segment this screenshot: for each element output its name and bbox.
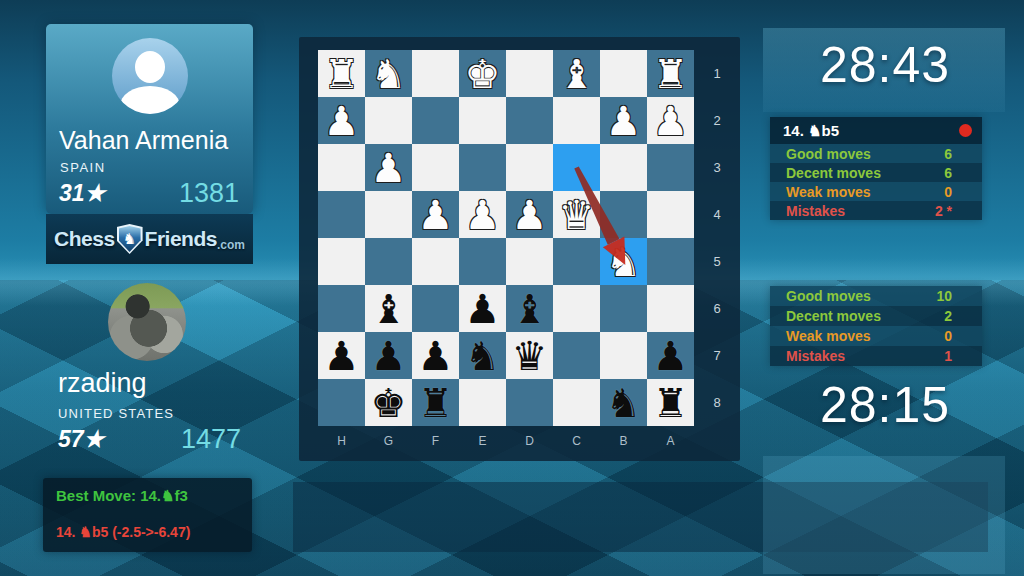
- square-a2[interactable]: ♟: [647, 97, 694, 144]
- square-e4[interactable]: ♟: [459, 191, 506, 238]
- white-rook-h1[interactable]: ♜: [324, 54, 360, 94]
- square-b5[interactable]: ♞: [600, 238, 647, 285]
- white-queen-c4[interactable]: ♛: [559, 195, 595, 235]
- square-b1[interactable]: [600, 50, 647, 97]
- white-rook-a1[interactable]: ♜: [653, 54, 689, 94]
- stat-value: 0: [944, 184, 952, 200]
- square-g1[interactable]: ♞: [365, 50, 412, 97]
- best-move-text: Best Move: 14.♞f3: [56, 487, 188, 505]
- analysis-panel-top: 14. ♞b5 Good moves 6 Decent moves 6 Weak…: [770, 117, 982, 220]
- square-e8[interactable]: [459, 379, 506, 426]
- white-pawn-e4[interactable]: ♟: [465, 195, 501, 235]
- black-pawn-a7[interactable]: ♟: [653, 336, 689, 376]
- black-king-g8[interactable]: ♚: [371, 383, 407, 423]
- black-rook-f8[interactable]: ♜: [418, 383, 454, 423]
- square-c5[interactable]: [553, 238, 600, 285]
- square-a6[interactable]: [647, 285, 694, 332]
- square-a7[interactable]: ♟: [647, 332, 694, 379]
- stat-value: 0: [944, 328, 952, 344]
- white-pawn-h2[interactable]: ♟: [324, 101, 360, 141]
- stat-row-decent-moves: Decent moves 6: [770, 163, 982, 182]
- white-pawn-f4[interactable]: ♟: [418, 195, 454, 235]
- app-window: Vahan Armenia SPAIN 31★ 1381 Chess ♞ Fri…: [0, 0, 1024, 576]
- file-label-g: G: [365, 434, 412, 448]
- recording-dot-icon: [959, 124, 972, 137]
- square-f1[interactable]: [412, 50, 459, 97]
- chess-board-frame: ♜♞♚♝♜♟♟♟♟♟♟♟♛♞♝♟♝♟♟♟♞♛♟♚♜♞♜ H G F E D C …: [299, 37, 740, 461]
- square-h6[interactable]: [318, 285, 365, 332]
- square-c6[interactable]: [553, 285, 600, 332]
- stat-value: 2: [944, 308, 952, 324]
- square-h7[interactable]: ♟: [318, 332, 365, 379]
- square-e3[interactable]: [459, 144, 506, 191]
- white-king-e1[interactable]: ♚: [465, 54, 501, 94]
- rank-label-3: 3: [700, 144, 734, 191]
- rank-labels: 1 2 3 4 5 6 7 8: [700, 50, 734, 426]
- player-bottom-name: rzading: [58, 368, 147, 399]
- stat-value: 1: [944, 348, 952, 364]
- rank-label-1: 1: [700, 50, 734, 97]
- file-label-f: F: [412, 434, 459, 448]
- rank-label-7: 7: [700, 332, 734, 379]
- square-b3[interactable]: [600, 144, 647, 191]
- stat-row-good-moves: Good moves 10: [770, 286, 982, 306]
- logo-knight-icon: ♞: [123, 232, 136, 247]
- square-c1[interactable]: ♝: [553, 50, 600, 97]
- square-h4[interactable]: [318, 191, 365, 238]
- stat-value: 6: [944, 165, 952, 181]
- stat-value: 6: [944, 146, 952, 162]
- player-top-stars: 31★: [59, 180, 105, 207]
- square-c3[interactable]: [553, 144, 600, 191]
- site-logo[interactable]: Chess ♞ Friends .com: [46, 214, 253, 264]
- square-d2[interactable]: [506, 97, 553, 144]
- square-f2[interactable]: [412, 97, 459, 144]
- board-squares: ♜♞♚♝♜♟♟♟♟♟♟♟♛♞♝♟♝♟♟♟♞♛♟♚♜♞♜: [318, 50, 694, 426]
- square-b4[interactable]: [600, 191, 647, 238]
- stat-label: Decent moves: [786, 165, 881, 181]
- stat-value: 10: [936, 288, 952, 304]
- rank-label-2: 2: [700, 97, 734, 144]
- square-f5[interactable]: [412, 238, 459, 285]
- black-pawn-g7[interactable]: ♟: [371, 336, 407, 376]
- clock-bottom-panel-glow: [763, 456, 1005, 574]
- player-bottom-stars: 57★: [58, 426, 104, 453]
- square-g4[interactable]: [365, 191, 412, 238]
- file-label-e: E: [459, 434, 506, 448]
- square-d6[interactable]: ♝: [506, 285, 553, 332]
- square-a3[interactable]: [647, 144, 694, 191]
- stat-label: Good moves: [786, 146, 871, 162]
- logo-text-friends: Friends: [145, 227, 217, 251]
- square-f3[interactable]: [412, 144, 459, 191]
- rank-label-4: 4: [700, 191, 734, 238]
- square-g8[interactable]: ♚: [365, 379, 412, 426]
- square-g3[interactable]: ♟: [365, 144, 412, 191]
- stat-row-good-moves: Good moves 6: [770, 144, 982, 163]
- white-knight-b5[interactable]: ♞: [606, 242, 642, 282]
- square-e2[interactable]: [459, 97, 506, 144]
- player-bottom-rating: 1477: [181, 424, 241, 455]
- stat-label: Mistakes: [786, 203, 845, 219]
- rank-label-6: 6: [700, 285, 734, 332]
- file-label-h: H: [318, 434, 365, 448]
- player-bottom-country: UNITED STATES: [58, 406, 174, 421]
- stat-value: 2 *: [935, 203, 952, 219]
- stat-label: Weak moves: [786, 328, 871, 344]
- avatar-bottom-photo[interactable]: [108, 283, 186, 361]
- square-b2[interactable]: ♟: [600, 97, 647, 144]
- square-c7[interactable]: [553, 332, 600, 379]
- black-pawn-h7[interactable]: ♟: [324, 336, 360, 376]
- file-label-c: C: [553, 434, 600, 448]
- stat-row-decent-moves: Decent moves 2: [770, 306, 982, 326]
- square-h2[interactable]: ♟: [318, 97, 365, 144]
- square-g6[interactable]: ♝: [365, 285, 412, 332]
- stat-row-mistakes: Mistakes 2 *: [770, 201, 982, 220]
- square-a5[interactable]: [647, 238, 694, 285]
- black-knight-b8[interactable]: ♞: [606, 383, 642, 423]
- analysis-panel-bottom: Good moves 10 Decent moves 2 Weak moves …: [770, 286, 982, 366]
- square-f8[interactable]: ♜: [412, 379, 459, 426]
- stat-label: Mistakes: [786, 348, 845, 364]
- square-e1[interactable]: ♚: [459, 50, 506, 97]
- square-f6[interactable]: [412, 285, 459, 332]
- square-a4[interactable]: [647, 191, 694, 238]
- square-c2[interactable]: [553, 97, 600, 144]
- white-pawn-d4[interactable]: ♟: [512, 195, 548, 235]
- logo-shield-icon: ♞: [117, 224, 143, 254]
- clock-top: 28:43: [765, 36, 1005, 94]
- square-e7[interactable]: ♞: [459, 332, 506, 379]
- square-d3[interactable]: [506, 144, 553, 191]
- square-e5[interactable]: [459, 238, 506, 285]
- white-knight-g1[interactable]: ♞: [371, 54, 407, 94]
- square-e6[interactable]: ♟: [459, 285, 506, 332]
- white-pawn-b2[interactable]: ♟: [606, 101, 642, 141]
- white-pawn-g3[interactable]: ♟: [371, 148, 407, 188]
- rank-label-5: 5: [700, 238, 734, 285]
- stat-label: Decent moves: [786, 308, 881, 324]
- white-bishop-c1[interactable]: ♝: [559, 54, 595, 94]
- player-top-name: Vahan Armenia: [59, 126, 243, 155]
- logo-text-chess: Chess: [54, 227, 115, 251]
- square-h3[interactable]: [318, 144, 365, 191]
- avatar-top-placeholder[interactable]: [112, 38, 188, 114]
- logo-text-dotcom: .com: [217, 238, 245, 252]
- square-f4[interactable]: ♟: [412, 191, 459, 238]
- square-b8[interactable]: ♞: [600, 379, 647, 426]
- square-b7[interactable]: [600, 332, 647, 379]
- file-labels: H G F E D C B A: [318, 434, 694, 448]
- square-d1[interactable]: [506, 50, 553, 97]
- square-g5[interactable]: [365, 238, 412, 285]
- stat-label: Weak moves: [786, 184, 871, 200]
- square-d4[interactable]: ♟: [506, 191, 553, 238]
- square-h1[interactable]: ♜: [318, 50, 365, 97]
- white-pawn-a2[interactable]: ♟: [653, 101, 689, 141]
- square-d5[interactable]: [506, 238, 553, 285]
- square-g7[interactable]: ♟: [365, 332, 412, 379]
- stat-row-weak-moves: Weak moves 0: [770, 326, 982, 346]
- square-c8[interactable]: [553, 379, 600, 426]
- square-f7[interactable]: ♟: [412, 332, 459, 379]
- file-label-a: A: [647, 434, 694, 448]
- square-c4[interactable]: ♛: [553, 191, 600, 238]
- clock-bottom: 28:15: [765, 376, 1005, 434]
- player-card-bottom[interactable]: rzading UNITED STATES 57★ 1477: [46, 270, 253, 460]
- black-queen-d7[interactable]: ♛: [512, 336, 548, 376]
- player-top-country: SPAIN: [60, 160, 106, 175]
- stat-label: Good moves: [786, 288, 871, 304]
- square-a8[interactable]: ♜: [647, 379, 694, 426]
- file-label-d: D: [506, 434, 553, 448]
- square-h5[interactable]: [318, 238, 365, 285]
- black-pawn-f7[interactable]: ♟: [418, 336, 454, 376]
- black-rook-a8[interactable]: ♜: [653, 383, 689, 423]
- player-top-rating: 1381: [179, 178, 239, 209]
- square-d7[interactable]: ♛: [506, 332, 553, 379]
- player-card-top[interactable]: Vahan Armenia SPAIN 31★ 1381: [46, 24, 253, 214]
- black-bishop-g6[interactable]: ♝: [371, 289, 407, 329]
- stat-row-weak-moves: Weak moves 0: [770, 182, 982, 201]
- rank-label-8: 8: [700, 379, 734, 426]
- best-move-box: Best Move: 14.♞f3 14. ♞b5 (-2.5->-6.47): [43, 478, 252, 552]
- analysis-header: 14. ♞b5: [770, 117, 982, 144]
- square-b6[interactable]: [600, 285, 647, 332]
- black-pawn-e6[interactable]: ♟: [465, 289, 501, 329]
- square-h8[interactable]: [318, 379, 365, 426]
- file-label-b: B: [600, 434, 647, 448]
- square-a1[interactable]: ♜: [647, 50, 694, 97]
- stat-row-mistakes: Mistakes 1: [770, 346, 982, 366]
- square-g2[interactable]: [365, 97, 412, 144]
- black-bishop-d6[interactable]: ♝: [512, 289, 548, 329]
- black-knight-e7[interactable]: ♞: [465, 336, 501, 376]
- square-d8[interactable]: [506, 379, 553, 426]
- played-move-eval-text: 14. ♞b5 (-2.5->-6.47): [56, 524, 190, 540]
- last-move-label: 14. ♞b5: [783, 122, 839, 140]
